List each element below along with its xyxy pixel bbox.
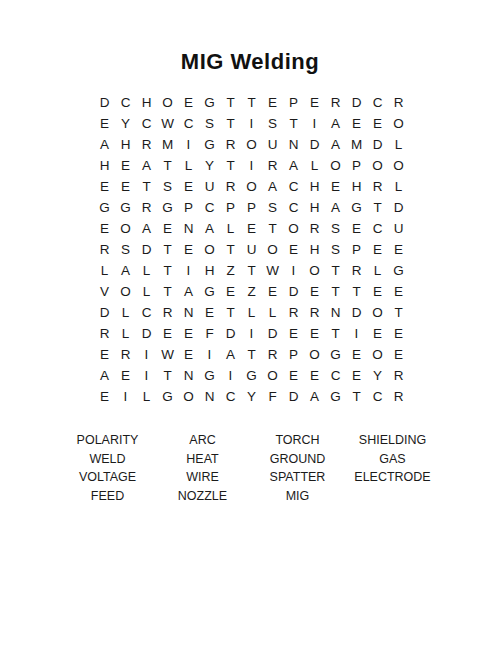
- grid-cell-r3c3: R: [136, 134, 157, 155]
- grid-cell-r2c12: A: [325, 113, 346, 134]
- grid-cell-r4c15: O: [388, 155, 409, 176]
- grid-cell-r7c8: E: [241, 218, 262, 239]
- grid-cell-r10c10: D: [283, 281, 304, 302]
- grid-cell-r9c7: Z: [220, 260, 241, 281]
- grid-cell-r8c5: E: [178, 239, 199, 260]
- grid-cell-r13c7: A: [220, 344, 241, 365]
- grid-cell-r1c13: D: [346, 92, 367, 113]
- grid-cell-r14c9: O: [262, 365, 283, 386]
- grid-cell-r3c10: N: [283, 134, 304, 155]
- grid-cell-r8c10: E: [283, 239, 304, 260]
- grid-cell-r2c8: I: [241, 113, 262, 134]
- grid-cell-r2c9: S: [262, 113, 283, 134]
- grid-cell-r5c2: E: [115, 176, 136, 197]
- grid-cell-r14c1: A: [94, 365, 115, 386]
- word-list: POLARITYWELDVOLTAGEFEEDARCHEATWIRENOZZLE…: [60, 431, 440, 505]
- grid-cell-r7c10: O: [283, 218, 304, 239]
- grid-cell-r9c5: I: [178, 260, 199, 281]
- grid-cell-r7c11: R: [304, 218, 325, 239]
- grid-cell-r4c14: O: [367, 155, 388, 176]
- grid-cell-r9c11: O: [304, 260, 325, 281]
- grid-cell-r2c4: W: [157, 113, 178, 134]
- grid-cell-r1c11: E: [304, 92, 325, 113]
- grid-cell-r9c3: L: [136, 260, 157, 281]
- grid-cell-r13c15: E: [388, 344, 409, 365]
- grid-cell-r8c1: R: [94, 239, 115, 260]
- grid-cell-r5c9: A: [262, 176, 283, 197]
- grid-cell-r6c3: R: [136, 197, 157, 218]
- grid-cell-r6c10: C: [283, 197, 304, 218]
- grid-cell-r1c1: D: [94, 92, 115, 113]
- word-list-column-1: POLARITYWELDVOLTAGEFEED: [60, 431, 155, 505]
- grid-cell-r7c12: S: [325, 218, 346, 239]
- grid-cell-r3c1: A: [94, 134, 115, 155]
- grid-cell-r11c3: C: [136, 302, 157, 323]
- grid-cell-r9c9: W: [262, 260, 283, 281]
- grid-cell-r9c10: I: [283, 260, 304, 281]
- grid-cell-r10c13: T: [346, 281, 367, 302]
- grid-cell-r7c2: O: [115, 218, 136, 239]
- grid-cell-r6c9: S: [262, 197, 283, 218]
- grid-cell-r15c14: C: [367, 386, 388, 407]
- grid-cell-r11c13: D: [346, 302, 367, 323]
- grid-cell-r12c12: T: [325, 323, 346, 344]
- word-weld: WELD: [60, 450, 155, 469]
- grid-cell-r13c6: I: [199, 344, 220, 365]
- grid-cell-r5c7: R: [220, 176, 241, 197]
- grid-cell-r11c10: R: [283, 302, 304, 323]
- grid-cell-r9c14: L: [367, 260, 388, 281]
- grid-cell-r14c10: E: [283, 365, 304, 386]
- grid-cell-r14c4: T: [157, 365, 178, 386]
- grid-cell-r3c7: R: [220, 134, 241, 155]
- grid-cell-r2c7: T: [220, 113, 241, 134]
- grid-cell-r5c11: H: [304, 176, 325, 197]
- grid-cell-r8c14: E: [367, 239, 388, 260]
- grid-cell-r14c14: Y: [367, 365, 388, 386]
- grid-cell-r9c12: T: [325, 260, 346, 281]
- grid-cell-r5c14: R: [367, 176, 388, 197]
- grid-cell-r3c5: I: [178, 134, 199, 155]
- grid-cell-r11c6: E: [199, 302, 220, 323]
- grid-cell-r6c1: G: [94, 197, 115, 218]
- grid-cell-r3c12: A: [325, 134, 346, 155]
- grid-cell-r5c3: T: [136, 176, 157, 197]
- grid-cell-r2c1: E: [94, 113, 115, 134]
- grid-cell-r11c4: R: [157, 302, 178, 323]
- grid-cell-r11c5: N: [178, 302, 199, 323]
- grid-cell-r2c13: E: [346, 113, 367, 134]
- grid-cell-r4c3: A: [136, 155, 157, 176]
- grid-cell-r14c6: G: [199, 365, 220, 386]
- grid-cell-r15c8: Y: [241, 386, 262, 407]
- grid-cell-r7c7: L: [220, 218, 241, 239]
- word-wire: WIRE: [155, 468, 250, 487]
- grid-cell-r15c5: O: [178, 386, 199, 407]
- grid-cell-r7c14: C: [367, 218, 388, 239]
- grid-cell-r10c12: T: [325, 281, 346, 302]
- grid-cell-r15c1: E: [94, 386, 115, 407]
- grid-cell-r9c2: A: [115, 260, 136, 281]
- grid-cell-r8c8: U: [241, 239, 262, 260]
- grid-cell-r15c13: T: [346, 386, 367, 407]
- grid-cell-r10c2: O: [115, 281, 136, 302]
- grid-cell-r15c15: R: [388, 386, 409, 407]
- grid-cell-r4c12: O: [325, 155, 346, 176]
- grid-cell-r11c14: O: [367, 302, 388, 323]
- word-search-page: MIG Welding DCHOEGTTEPERDCREYCWCSTISTIAE…: [0, 0, 500, 647]
- grid-cell-r3c9: U: [262, 134, 283, 155]
- grid-cell-r5c4: S: [157, 176, 178, 197]
- grid-cell-r6c8: P: [241, 197, 262, 218]
- grid-cell-r7c1: E: [94, 218, 115, 239]
- grid-cell-r7c13: E: [346, 218, 367, 239]
- grid-cell-r11c12: N: [325, 302, 346, 323]
- grid-cell-r14c13: E: [346, 365, 367, 386]
- grid-cell-r2c2: Y: [115, 113, 136, 134]
- grid-cell-r8c2: S: [115, 239, 136, 260]
- grid-cell-r10c14: E: [367, 281, 388, 302]
- grid-cell-r10c6: G: [199, 281, 220, 302]
- grid-cell-r10c15: E: [388, 281, 409, 302]
- grid-cell-r13c3: I: [136, 344, 157, 365]
- grid-cell-r10c7: E: [220, 281, 241, 302]
- grid-cell-r11c1: D: [94, 302, 115, 323]
- grid-cell-r1c12: R: [325, 92, 346, 113]
- grid-cell-r4c9: R: [262, 155, 283, 176]
- grid-cell-r4c11: L: [304, 155, 325, 176]
- grid-cell-r6c4: G: [157, 197, 178, 218]
- grid-cell-r12c14: E: [367, 323, 388, 344]
- word-nozzle: NOZZLE: [155, 487, 250, 506]
- grid-cell-r12c9: D: [262, 323, 283, 344]
- grid-cell-r3c4: M: [157, 134, 178, 155]
- grid-cell-r2c14: E: [367, 113, 388, 134]
- grid-cell-r4c13: P: [346, 155, 367, 176]
- word-polarity: POLARITY: [60, 431, 155, 450]
- grid-cell-r4c10: A: [283, 155, 304, 176]
- grid-cell-r8c4: T: [157, 239, 178, 260]
- grid-cell-r6c11: H: [304, 197, 325, 218]
- grid-cell-r15c2: I: [115, 386, 136, 407]
- grid-cell-r8c7: T: [220, 239, 241, 260]
- grid-cell-r11c11: R: [304, 302, 325, 323]
- grid-cell-r7c4: E: [157, 218, 178, 239]
- grid-cell-r12c1: R: [94, 323, 115, 344]
- grid-cell-r15c9: F: [262, 386, 283, 407]
- grid-cell-r15c11: A: [304, 386, 325, 407]
- grid-cell-r1c9: E: [262, 92, 283, 113]
- grid-cell-r12c8: I: [241, 323, 262, 344]
- grid-cell-r13c10: P: [283, 344, 304, 365]
- grid-cell-r4c2: E: [115, 155, 136, 176]
- grid-cell-r12c13: I: [346, 323, 367, 344]
- word-voltage: VOLTAGE: [60, 468, 155, 487]
- grid-cell-r3c8: O: [241, 134, 262, 155]
- grid-cell-r1c6: G: [199, 92, 220, 113]
- grid-cell-r9c15: G: [388, 260, 409, 281]
- grid-cell-r9c13: R: [346, 260, 367, 281]
- grid-cell-r8c15: E: [388, 239, 409, 260]
- word-spatter: SPATTER: [250, 468, 345, 487]
- grid-cell-r15c10: D: [283, 386, 304, 407]
- grid-cell-r8c9: O: [262, 239, 283, 260]
- grid-cell-r5c15: L: [388, 176, 409, 197]
- grid-cell-r1c3: H: [136, 92, 157, 113]
- grid-cell-r5c6: U: [199, 176, 220, 197]
- grid-cell-r1c2: C: [115, 92, 136, 113]
- grid-cell-r13c13: E: [346, 344, 367, 365]
- grid-cell-r4c6: Y: [199, 155, 220, 176]
- grid-cell-r14c11: E: [304, 365, 325, 386]
- grid-cell-r7c15: U: [388, 218, 409, 239]
- grid-cell-r1c4: O: [157, 92, 178, 113]
- grid-cell-r13c8: T: [241, 344, 262, 365]
- grid-cell-r15c3: L: [136, 386, 157, 407]
- grid-cell-r11c15: T: [388, 302, 409, 323]
- grid-cell-r10c5: A: [178, 281, 199, 302]
- grid-cell-r8c13: P: [346, 239, 367, 260]
- grid-cell-r2c10: T: [283, 113, 304, 134]
- grid-cell-r13c11: O: [304, 344, 325, 365]
- grid-cell-r1c7: T: [220, 92, 241, 113]
- grid-cell-r12c2: L: [115, 323, 136, 344]
- word-list-column-2: ARCHEATWIRENOZZLE: [155, 431, 250, 505]
- grid-cell-r11c7: T: [220, 302, 241, 323]
- grid-cell-r15c4: G: [157, 386, 178, 407]
- grid-cell-r4c8: I: [241, 155, 262, 176]
- grid-cell-r5c1: E: [94, 176, 115, 197]
- grid-cell-r12c6: F: [199, 323, 220, 344]
- grid-cell-r12c4: E: [157, 323, 178, 344]
- grid-cell-r12c15: E: [388, 323, 409, 344]
- grid-cell-r13c1: E: [94, 344, 115, 365]
- grid-cell-r6c5: P: [178, 197, 199, 218]
- grid-cell-r4c5: L: [178, 155, 199, 176]
- grid-cell-r5c12: E: [325, 176, 346, 197]
- grid-cell-r5c10: C: [283, 176, 304, 197]
- grid-cell-r1c10: P: [283, 92, 304, 113]
- grid-cell-r2c6: S: [199, 113, 220, 134]
- grid-cell-r5c5: E: [178, 176, 199, 197]
- grid-cell-r3c11: D: [304, 134, 325, 155]
- word-gas: GAS: [345, 450, 440, 469]
- grid-cell-r3c13: M: [346, 134, 367, 155]
- grid-cell-r3c15: L: [388, 134, 409, 155]
- grid-cell-r12c3: D: [136, 323, 157, 344]
- grid-cell-r1c5: E: [178, 92, 199, 113]
- grid-cell-r8c11: H: [304, 239, 325, 260]
- grid-cell-r4c7: T: [220, 155, 241, 176]
- grid-cell-r2c11: I: [304, 113, 325, 134]
- grid-cell-r6c15: D: [388, 197, 409, 218]
- word-electrode: ELECTRODE: [345, 468, 440, 487]
- grid-cell-r8c12: S: [325, 239, 346, 260]
- word-mig: MIG: [250, 487, 345, 506]
- word-feed: FEED: [60, 487, 155, 506]
- grid-cell-r6c14: T: [367, 197, 388, 218]
- grid-cell-r6c7: P: [220, 197, 241, 218]
- grid-cell-r1c14: C: [367, 92, 388, 113]
- grid-cell-r12c11: E: [304, 323, 325, 344]
- grid-cell-r9c1: L: [94, 260, 115, 281]
- word-heat: HEAT: [155, 450, 250, 469]
- grid-cell-r4c4: T: [157, 155, 178, 176]
- word-list-column-3: TORCHGROUNDSPATTERMIG: [250, 431, 345, 505]
- word-torch: TORCH: [250, 431, 345, 450]
- grid-cell-r6c12: A: [325, 197, 346, 218]
- grid-cell-r8c6: O: [199, 239, 220, 260]
- grid-cell-r5c13: H: [346, 176, 367, 197]
- grid-cell-r14c2: E: [115, 365, 136, 386]
- grid-cell-r2c5: C: [178, 113, 199, 134]
- grid-cell-r13c14: O: [367, 344, 388, 365]
- grid-cell-r10c1: V: [94, 281, 115, 302]
- word-list-column-4: SHIELDINGGASELECTRODE: [345, 431, 440, 505]
- grid-cell-r13c5: E: [178, 344, 199, 365]
- grid-cell-r13c12: G: [325, 344, 346, 365]
- word-arc: ARC: [155, 431, 250, 450]
- grid-cell-r13c9: R: [262, 344, 283, 365]
- grid-cell-r15c6: N: [199, 386, 220, 407]
- grid-cell-r7c9: T: [262, 218, 283, 239]
- grid-cell-r10c4: T: [157, 281, 178, 302]
- grid-cell-r9c8: T: [241, 260, 262, 281]
- grid-cell-r9c6: H: [199, 260, 220, 281]
- grid-cell-r6c2: G: [115, 197, 136, 218]
- grid-cell-r10c3: L: [136, 281, 157, 302]
- puzzle-title: MIG Welding: [0, 49, 500, 75]
- grid-cell-r7c3: A: [136, 218, 157, 239]
- grid-cell-r12c10: E: [283, 323, 304, 344]
- grid-cell-r10c8: Z: [241, 281, 262, 302]
- grid-cell-r2c15: O: [388, 113, 409, 134]
- grid-cell-r14c7: I: [220, 365, 241, 386]
- grid-cell-r10c9: E: [262, 281, 283, 302]
- grid-cell-r3c14: D: [367, 134, 388, 155]
- grid-cell-r8c3: D: [136, 239, 157, 260]
- grid-cell-r1c15: R: [388, 92, 409, 113]
- grid-cell-r14c12: C: [325, 365, 346, 386]
- grid-cell-r14c5: N: [178, 365, 199, 386]
- grid-cell-r11c2: L: [115, 302, 136, 323]
- grid-cell-r7c6: A: [199, 218, 220, 239]
- grid-cell-r13c2: R: [115, 344, 136, 365]
- grid-cell-r6c6: C: [199, 197, 220, 218]
- grid-cell-r10c11: E: [304, 281, 325, 302]
- grid-cell-r4c1: H: [94, 155, 115, 176]
- grid-cell-r1c8: T: [241, 92, 262, 113]
- grid-cell-r3c6: G: [199, 134, 220, 155]
- grid-cell-r7c5: N: [178, 218, 199, 239]
- grid-cell-r11c9: L: [262, 302, 283, 323]
- letter-grid: DCHOEGTTEPERDCREYCWCSTISTIAEEOAHRMIGROUN…: [94, 92, 409, 407]
- grid-cell-r14c3: I: [136, 365, 157, 386]
- grid-cell-r15c12: G: [325, 386, 346, 407]
- grid-cell-r14c8: G: [241, 365, 262, 386]
- grid-cell-r12c7: D: [220, 323, 241, 344]
- grid-cell-r2c3: C: [136, 113, 157, 134]
- word-shielding: SHIELDING: [345, 431, 440, 450]
- grid-cell-r9c4: T: [157, 260, 178, 281]
- grid-cell-r14c15: R: [388, 365, 409, 386]
- grid-cell-r13c4: W: [157, 344, 178, 365]
- grid-cell-r6c13: G: [346, 197, 367, 218]
- grid-cell-r3c2: H: [115, 134, 136, 155]
- word-ground: GROUND: [250, 450, 345, 469]
- grid-cell-r15c7: C: [220, 386, 241, 407]
- grid-cell-r11c8: L: [241, 302, 262, 323]
- grid-cell-r12c5: E: [178, 323, 199, 344]
- grid-cell-r5c8: O: [241, 176, 262, 197]
